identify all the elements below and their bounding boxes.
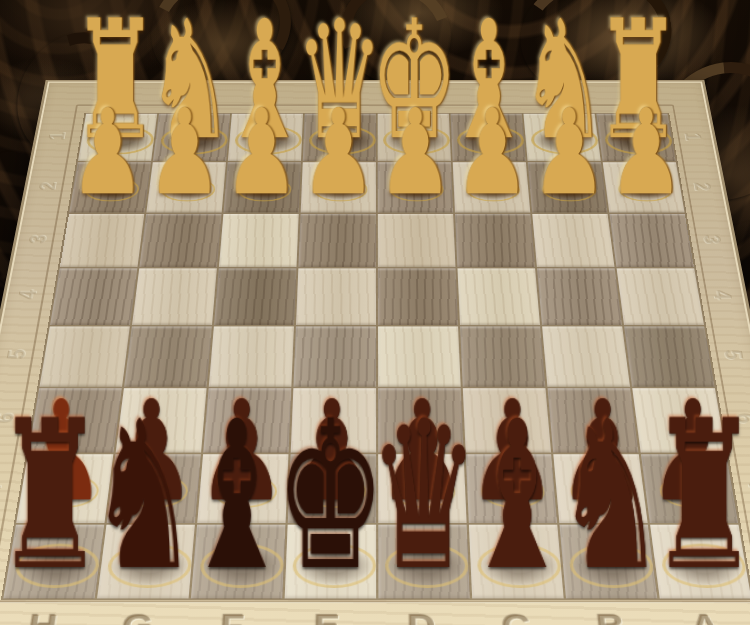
- square-c4[interactable]: [457, 268, 540, 325]
- chess-set-photo: ♜♞♝♛♚♝♞♜♟♟♟♟♟♟♟♟♟♟♟♟♟♟♟♟♜♞♝♚♛♝♞♜ HGFEDCB…: [0, 0, 750, 625]
- square-c3[interactable]: [455, 214, 535, 267]
- file-label-h: H: [0, 607, 93, 625]
- square-e4[interactable]: [296, 268, 376, 325]
- board-border: ♜♞♝♛♚♝♞♜♟♟♟♟♟♟♟♟♟♟♟♟♟♟♟♟♜♞♝♚♛♝♞♜ HGFEDCB…: [0, 80, 750, 625]
- file-label-g: G: [89, 607, 188, 625]
- square-f3[interactable]: [219, 214, 299, 267]
- rank-label-1-left: 1: [18, 126, 95, 146]
- rank-label-3-right: 3: [671, 228, 750, 251]
- board-grid: ♜♞♝♛♚♝♞♜♟♟♟♟♟♟♟♟♟♟♟♟♟♟♟♟♜♞♝♚♛♝♞♜: [1, 113, 750, 601]
- file-label-a: A: [657, 607, 750, 625]
- square-b4[interactable]: [537, 268, 622, 325]
- file-label-c: C: [469, 607, 566, 625]
- chess-board: ♜♞♝♛♚♝♞♜♟♟♟♟♟♟♟♟♟♟♟♟♟♟♟♟♜♞♝♚♛♝♞♜ HGFEDCB…: [0, 80, 750, 625]
- rank-label-2-right: 2: [663, 176, 743, 197]
- file-label-d: D: [375, 607, 470, 625]
- file-labels: HGFEDCBA: [0, 602, 750, 625]
- rank-label-3-left: 3: [0, 228, 79, 251]
- square-a8[interactable]: ♜: [650, 525, 750, 599]
- square-b3[interactable]: [532, 214, 614, 267]
- rank-label-1-right: 1: [655, 126, 732, 146]
- square-d3[interactable]: [378, 214, 456, 267]
- square-d4[interactable]: [378, 268, 458, 325]
- file-label-b: B: [563, 607, 662, 625]
- square-e3[interactable]: [298, 214, 376, 267]
- square-f4[interactable]: [214, 268, 296, 325]
- square-g3[interactable]: [139, 214, 221, 267]
- piece-black-rook-a8[interactable]: ♜: [612, 402, 750, 591]
- rank-label-4-right: 4: [680, 283, 750, 307]
- rank-label-4-left: 4: [0, 283, 70, 307]
- file-label-f: F: [184, 607, 281, 625]
- square-g4[interactable]: [132, 268, 217, 325]
- rank-label-2-left: 2: [8, 176, 88, 197]
- board-perspective-scene: ♜♞♝♛♚♝♞♜♟♟♟♟♟♟♟♟♟♟♟♟♟♟♟♟♜♞♝♚♛♝♞♜ HGFEDCB…: [0, 0, 750, 625]
- file-label-e: E: [280, 607, 375, 625]
- piece-glyph: ♜: [649, 402, 750, 591]
